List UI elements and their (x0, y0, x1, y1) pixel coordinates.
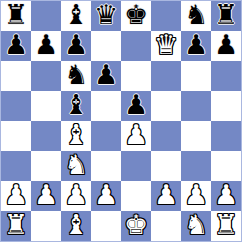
black-rook-icon[interactable]: ♜ (4, 1, 28, 30)
square-h3[interactable] (211, 151, 241, 181)
square-e4[interactable]: ♟ (121, 121, 151, 151)
square-e2[interactable] (121, 181, 151, 211)
square-c2[interactable]: ♟ (61, 181, 91, 211)
white-queen-icon[interactable]: ♛ (154, 31, 178, 60)
square-a8[interactable]: ♜ (1, 1, 31, 31)
square-a4[interactable] (1, 121, 31, 151)
square-b3[interactable] (31, 151, 61, 181)
black-king-icon[interactable]: ♚ (124, 1, 148, 30)
white-king-icon[interactable]: ♚ (124, 211, 148, 240)
square-c6[interactable]: ♞ (61, 61, 91, 91)
square-c4[interactable]: ♝ (61, 121, 91, 151)
black-rook-icon[interactable]: ♜ (214, 1, 238, 30)
white-pawn-icon[interactable]: ♟ (214, 181, 238, 210)
white-pawn-icon[interactable]: ♟ (184, 181, 208, 210)
square-d3[interactable] (91, 151, 121, 181)
square-d5[interactable] (91, 91, 121, 121)
square-h4[interactable] (211, 121, 241, 151)
square-b5[interactable] (31, 91, 61, 121)
black-bishop-icon[interactable]: ♝ (64, 91, 88, 120)
square-h1[interactable]: ♜ (211, 211, 241, 241)
black-pawn-icon[interactable]: ♟ (214, 31, 238, 60)
square-c3[interactable]: ♞ (61, 151, 91, 181)
white-rook-icon[interactable]: ♜ (214, 211, 238, 240)
white-pawn-icon[interactable]: ♟ (94, 181, 118, 210)
white-rook-icon[interactable]: ♜ (4, 211, 28, 240)
square-a7[interactable]: ♟ (1, 31, 31, 61)
square-c7[interactable]: ♟ (61, 31, 91, 61)
square-e5[interactable]: ♟ (121, 91, 151, 121)
chess-board: ♜♝♛♚♞♜♟♟♟♛♟♟♞♟♝♟♝♟♞♟♟♟♟♟♟♟♜♝♚♞♜ (1, 1, 241, 241)
black-pawn-icon[interactable]: ♟ (4, 31, 28, 60)
black-pawn-icon[interactable]: ♟ (184, 31, 208, 60)
square-b7[interactable]: ♟ (31, 31, 61, 61)
square-e1[interactable]: ♚ (121, 211, 151, 241)
square-g4[interactable] (181, 121, 211, 151)
square-e8[interactable]: ♚ (121, 1, 151, 31)
black-knight-icon[interactable]: ♞ (64, 61, 88, 90)
white-pawn-icon[interactable]: ♟ (64, 181, 88, 210)
black-pawn-icon[interactable]: ♟ (64, 31, 88, 60)
square-g3[interactable] (181, 151, 211, 181)
white-knight-icon[interactable]: ♞ (64, 151, 88, 180)
square-c1[interactable]: ♝ (61, 211, 91, 241)
square-g6[interactable] (181, 61, 211, 91)
square-d8[interactable]: ♛ (91, 1, 121, 31)
square-f2[interactable]: ♟ (151, 181, 181, 211)
square-a2[interactable]: ♟ (1, 181, 31, 211)
black-pawn-icon[interactable]: ♟ (94, 61, 118, 90)
square-e7[interactable] (121, 31, 151, 61)
square-b2[interactable]: ♟ (31, 181, 61, 211)
square-h5[interactable] (211, 91, 241, 121)
square-a6[interactable] (1, 61, 31, 91)
square-e6[interactable] (121, 61, 151, 91)
white-pawn-icon[interactable]: ♟ (34, 181, 58, 210)
square-g2[interactable]: ♟ (181, 181, 211, 211)
black-knight-icon[interactable]: ♞ (184, 1, 208, 30)
square-d4[interactable] (91, 121, 121, 151)
square-g8[interactable]: ♞ (181, 1, 211, 31)
black-pawn-icon[interactable]: ♟ (34, 31, 58, 60)
white-bishop-icon[interactable]: ♝ (64, 121, 88, 150)
square-g5[interactable] (181, 91, 211, 121)
square-d7[interactable] (91, 31, 121, 61)
square-d2[interactable]: ♟ (91, 181, 121, 211)
square-a1[interactable]: ♜ (1, 211, 31, 241)
square-d6[interactable]: ♟ (91, 61, 121, 91)
black-pawn-icon[interactable]: ♟ (124, 91, 148, 120)
square-g7[interactable]: ♟ (181, 31, 211, 61)
white-pawn-icon[interactable]: ♟ (4, 181, 28, 210)
square-g1[interactable]: ♞ (181, 211, 211, 241)
square-b6[interactable] (31, 61, 61, 91)
black-queen-icon[interactable]: ♛ (94, 1, 118, 30)
square-b4[interactable] (31, 121, 61, 151)
square-b8[interactable] (31, 1, 61, 31)
square-c5[interactable]: ♝ (61, 91, 91, 121)
square-a3[interactable] (1, 151, 31, 181)
square-f8[interactable] (151, 1, 181, 31)
black-bishop-icon[interactable]: ♝ (64, 1, 88, 30)
white-pawn-icon[interactable]: ♟ (124, 121, 148, 150)
square-b1[interactable] (31, 211, 61, 241)
square-f5[interactable] (151, 91, 181, 121)
square-h7[interactable]: ♟ (211, 31, 241, 61)
square-d1[interactable] (91, 211, 121, 241)
square-f1[interactable] (151, 211, 181, 241)
square-c8[interactable]: ♝ (61, 1, 91, 31)
square-f3[interactable] (151, 151, 181, 181)
square-f7[interactable]: ♛ (151, 31, 181, 61)
square-h6[interactable] (211, 61, 241, 91)
chess-board-frame: ♜♝♛♚♞♜♟♟♟♛♟♟♞♟♝♟♝♟♞♟♟♟♟♟♟♟♜♝♚♞♜ (0, 0, 242, 242)
square-f4[interactable] (151, 121, 181, 151)
square-h8[interactable]: ♜ (211, 1, 241, 31)
square-a5[interactable] (1, 91, 31, 121)
white-knight-icon[interactable]: ♞ (184, 211, 208, 240)
square-f6[interactable] (151, 61, 181, 91)
square-e3[interactable] (121, 151, 151, 181)
white-bishop-icon[interactable]: ♝ (64, 211, 88, 240)
white-pawn-icon[interactable]: ♟ (154, 181, 178, 210)
square-h2[interactable]: ♟ (211, 181, 241, 211)
